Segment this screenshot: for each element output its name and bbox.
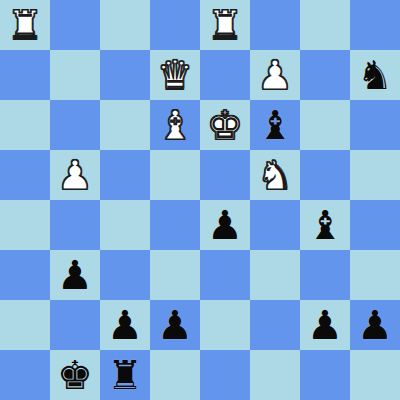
square-a1[interactable]	[0, 350, 50, 400]
square-a5[interactable]	[0, 150, 50, 200]
square-d4[interactable]	[150, 200, 200, 250]
square-e6[interactable]: ♚	[200, 100, 250, 150]
square-e5[interactable]	[200, 150, 250, 200]
piece-black-knight[interactable]: ♞	[357, 50, 393, 100]
square-b2[interactable]	[50, 300, 100, 350]
square-f3[interactable]	[250, 250, 300, 300]
square-h8[interactable]	[350, 0, 400, 50]
square-a8[interactable]: ♜	[0, 0, 50, 50]
piece-black-pawn[interactable]: ♟	[207, 200, 243, 250]
square-e4[interactable]: ♟	[200, 200, 250, 250]
square-h2[interactable]: ♟	[350, 300, 400, 350]
square-h5[interactable]	[350, 150, 400, 200]
square-b3[interactable]: ♟	[50, 250, 100, 300]
square-b5[interactable]: ♟	[50, 150, 100, 200]
square-h1[interactable]	[350, 350, 400, 400]
square-h3[interactable]	[350, 250, 400, 300]
square-c8[interactable]	[100, 0, 150, 50]
piece-black-pawn[interactable]: ♟	[57, 250, 93, 300]
square-b6[interactable]	[50, 100, 100, 150]
square-c6[interactable]	[100, 100, 150, 150]
square-f7[interactable]: ♟	[250, 50, 300, 100]
square-d7[interactable]: ♛	[150, 50, 200, 100]
square-g4[interactable]: ♝	[300, 200, 350, 250]
square-e7[interactable]	[200, 50, 250, 100]
square-h4[interactable]	[350, 200, 400, 250]
piece-black-pawn[interactable]: ♟	[307, 300, 343, 350]
square-d8[interactable]	[150, 0, 200, 50]
square-a2[interactable]	[0, 300, 50, 350]
piece-black-pawn[interactable]: ♟	[107, 300, 143, 350]
chess-board: ♜♜♛♟♞♝♚♝♟♞♟♝♟♟♟♟♟♚♜	[0, 0, 400, 400]
square-e3[interactable]	[200, 250, 250, 300]
piece-black-bishop[interactable]: ♝	[307, 200, 343, 250]
square-h6[interactable]	[350, 100, 400, 150]
square-g6[interactable]	[300, 100, 350, 150]
square-a7[interactable]	[0, 50, 50, 100]
square-b7[interactable]	[50, 50, 100, 100]
square-c3[interactable]	[100, 250, 150, 300]
piece-white-queen[interactable]: ♛	[157, 50, 193, 100]
square-a6[interactable]	[0, 100, 50, 150]
piece-black-pawn[interactable]: ♟	[357, 300, 393, 350]
square-c1[interactable]: ♜	[100, 350, 150, 400]
square-c2[interactable]: ♟	[100, 300, 150, 350]
piece-white-pawn[interactable]: ♟	[257, 50, 293, 100]
square-f4[interactable]	[250, 200, 300, 250]
square-g5[interactable]	[300, 150, 350, 200]
square-g7[interactable]	[300, 50, 350, 100]
piece-white-king[interactable]: ♚	[207, 100, 243, 150]
square-d2[interactable]: ♟	[150, 300, 200, 350]
piece-white-pawn[interactable]: ♟	[57, 150, 93, 200]
square-f1[interactable]	[250, 350, 300, 400]
square-d6[interactable]: ♝	[150, 100, 200, 150]
square-f5[interactable]: ♞	[250, 150, 300, 200]
square-c5[interactable]	[100, 150, 150, 200]
square-c7[interactable]	[100, 50, 150, 100]
square-d1[interactable]	[150, 350, 200, 400]
piece-black-king[interactable]: ♚	[57, 350, 93, 400]
square-f2[interactable]	[250, 300, 300, 350]
square-e8[interactable]: ♜	[200, 0, 250, 50]
piece-white-rook[interactable]: ♜	[207, 0, 243, 50]
square-b8[interactable]	[50, 0, 100, 50]
square-h7[interactable]: ♞	[350, 50, 400, 100]
square-d5[interactable]	[150, 150, 200, 200]
square-g2[interactable]: ♟	[300, 300, 350, 350]
piece-white-knight[interactable]: ♞	[257, 150, 293, 200]
square-a4[interactable]	[0, 200, 50, 250]
square-g8[interactable]	[300, 0, 350, 50]
square-f8[interactable]	[250, 0, 300, 50]
square-b1[interactable]: ♚	[50, 350, 100, 400]
square-a3[interactable]	[0, 250, 50, 300]
piece-black-bishop[interactable]: ♝	[257, 100, 293, 150]
square-g1[interactable]	[300, 350, 350, 400]
square-g3[interactable]	[300, 250, 350, 300]
piece-black-pawn[interactable]: ♟	[157, 300, 193, 350]
square-e1[interactable]	[200, 350, 250, 400]
square-e2[interactable]	[200, 300, 250, 350]
piece-white-bishop[interactable]: ♝	[157, 100, 193, 150]
piece-white-rook[interactable]: ♜	[7, 0, 43, 50]
square-c4[interactable]	[100, 200, 150, 250]
piece-black-rook[interactable]: ♜	[107, 350, 143, 400]
square-d3[interactable]	[150, 250, 200, 300]
square-b4[interactable]	[50, 200, 100, 250]
square-f6[interactable]: ♝	[250, 100, 300, 150]
